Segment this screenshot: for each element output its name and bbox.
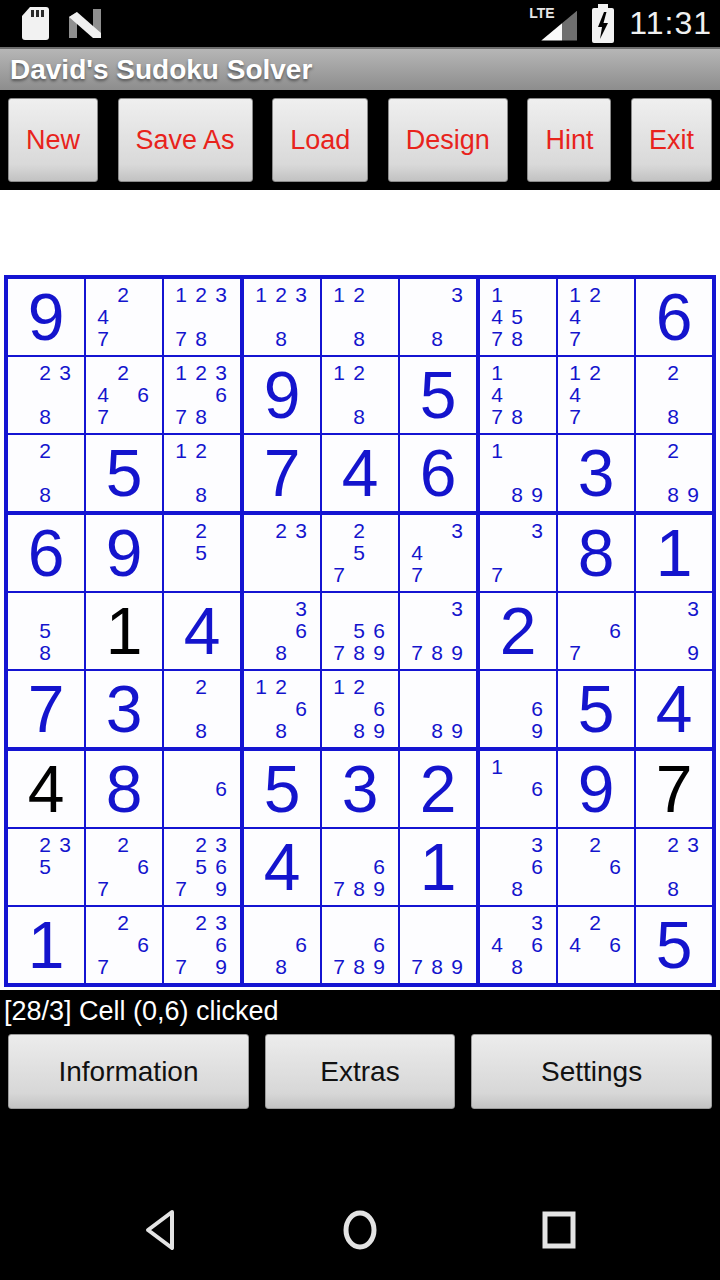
candidate-9 — [291, 563, 311, 585]
hint-button[interactable]: Hint — [527, 98, 611, 182]
solved-digit: 3 — [106, 676, 143, 742]
candidate-2: 2 — [585, 911, 605, 933]
cell-r6c6[interactable]: 16 — [480, 751, 556, 827]
information-button[interactable]: Information — [8, 1034, 249, 1109]
candidate-grid: 189 — [487, 439, 547, 505]
candidate-3 — [527, 755, 547, 777]
solved-digit: 1 — [28, 912, 65, 978]
candidate-9 — [605, 405, 625, 427]
candidate-5 — [663, 383, 683, 405]
cell-r0c7[interactable]: 1247 — [558, 279, 634, 355]
candidate-8 — [585, 405, 605, 427]
cell-r2c7[interactable]: 3 — [558, 435, 634, 511]
cell-r3c2[interactable]: 25 — [164, 515, 240, 591]
candidate-8: 8 — [349, 955, 369, 977]
candidate-6 — [55, 619, 75, 641]
cell-r1c4[interactable]: 128 — [322, 357, 398, 433]
candidate-2: 2 — [585, 833, 605, 855]
candidate-9: 9 — [527, 719, 547, 741]
candidate-grid: 1247 — [565, 283, 625, 349]
cell-r1c0[interactable]: 238 — [8, 357, 84, 433]
candidate-1 — [329, 833, 349, 855]
cell-r3c1[interactable]: 9 — [86, 515, 162, 591]
candidate-grid: 6 — [171, 755, 231, 821]
candidate-6: 6 — [133, 855, 153, 877]
candidate-8: 8 — [507, 405, 527, 427]
cell-r7c1[interactable]: 267 — [86, 829, 162, 905]
solved-digit: 2 — [500, 598, 537, 664]
cell-r4c4[interactable]: 56789 — [322, 593, 398, 669]
candidate-8: 8 — [507, 483, 527, 505]
candidate-1: 1 — [565, 361, 585, 383]
candidate-7 — [407, 719, 427, 741]
candidate-1 — [565, 597, 585, 619]
cell-r5c2[interactable]: 28 — [164, 671, 240, 747]
candidate-1 — [643, 439, 663, 461]
candidate-9: 9 — [527, 483, 547, 505]
candidate-1: 1 — [565, 283, 585, 305]
candidate-grid: 28 — [15, 439, 75, 505]
cell-r8c0[interactable]: 1 — [8, 907, 84, 983]
navigation-bar — [0, 1180, 720, 1280]
cell-r7c5[interactable]: 1 — [400, 829, 476, 905]
candidate-1 — [15, 439, 35, 461]
candidate-5 — [507, 777, 527, 799]
cell-r7c3[interactable]: 4 — [244, 829, 320, 905]
cell-r7c0[interactable]: 235 — [8, 829, 84, 905]
candidate-8: 8 — [271, 327, 291, 349]
candidate-6: 6 — [369, 933, 389, 955]
cell-r5c8[interactable]: 4 — [636, 671, 712, 747]
cell-r6c3[interactable]: 5 — [244, 751, 320, 827]
candidate-5 — [507, 383, 527, 405]
candidate-7 — [171, 799, 191, 821]
candidate-9 — [211, 563, 231, 585]
cell-r8c2[interactable]: 23679 — [164, 907, 240, 983]
candidate-7 — [487, 719, 507, 741]
candidate-1 — [15, 597, 35, 619]
candidate-3: 3 — [527, 833, 547, 855]
sd-card-icon — [22, 7, 49, 40]
cell-r4c0[interactable]: 58 — [8, 593, 84, 669]
cell-r6c8[interactable]: 7 — [636, 751, 712, 827]
candidate-7: 7 — [93, 877, 113, 899]
cell-r3c5[interactable]: 347 — [400, 515, 476, 591]
cell-r3c0[interactable]: 6 — [8, 515, 84, 591]
candidate-8 — [191, 955, 211, 977]
candidate-5 — [113, 305, 133, 327]
back-icon[interactable] — [140, 1208, 182, 1252]
cell-r8c1[interactable]: 267 — [86, 907, 162, 983]
candidate-4 — [15, 619, 35, 641]
given-digit: 7 — [656, 756, 693, 822]
cell-r3c3[interactable]: 23 — [244, 515, 320, 591]
candidate-5 — [663, 461, 683, 483]
candidate-1 — [643, 361, 663, 383]
candidate-3: 3 — [447, 519, 467, 541]
candidate-8 — [35, 877, 55, 899]
candidate-9 — [55, 641, 75, 663]
candidate-grid: 368 — [251, 597, 311, 663]
candidate-6 — [605, 383, 625, 405]
candidate-8 — [507, 799, 527, 821]
solved-digit: 8 — [578, 520, 615, 586]
candidate-2 — [271, 911, 291, 933]
cell-r5c1[interactable]: 3 — [86, 671, 162, 747]
cell-r0c8[interactable]: 6 — [636, 279, 712, 355]
candidate-7: 7 — [407, 563, 427, 585]
cell-r2c0[interactable]: 28 — [8, 435, 84, 511]
candidate-9 — [291, 719, 311, 741]
candidate-4: 4 — [487, 933, 507, 955]
candidate-4: 4 — [487, 305, 507, 327]
candidate-1 — [171, 675, 191, 697]
cell-r8c8[interactable]: 5 — [636, 907, 712, 983]
cell-r3c6[interactable]: 37 — [480, 515, 556, 591]
candidate-7 — [171, 483, 191, 505]
cell-r4c8[interactable]: 39 — [636, 593, 712, 669]
candidate-4: 4 — [565, 933, 585, 955]
candidate-1 — [251, 911, 271, 933]
candidate-2: 2 — [585, 361, 605, 383]
design-button[interactable]: Design — [388, 98, 508, 182]
cell-r0c0[interactable]: 9 — [8, 279, 84, 355]
candidate-2 — [349, 597, 369, 619]
candidate-6 — [527, 461, 547, 483]
candidate-grid: 38 — [407, 283, 467, 349]
cell-r5c5[interactable]: 89 — [400, 671, 476, 747]
candidate-2: 2 — [271, 519, 291, 541]
candidate-7 — [251, 327, 271, 349]
candidate-9: 9 — [211, 955, 231, 977]
settings-button[interactable]: Settings — [471, 1034, 712, 1109]
candidate-4 — [487, 461, 507, 483]
cell-r2c2[interactable]: 128 — [164, 435, 240, 511]
candidate-5 — [271, 697, 291, 719]
cell-r2c6[interactable]: 189 — [480, 435, 556, 511]
candidate-grid: 68 — [251, 911, 311, 977]
cell-r4c2[interactable]: 4 — [164, 593, 240, 669]
candidate-1: 1 — [171, 361, 191, 383]
home-icon[interactable] — [337, 1206, 383, 1254]
cell-r0c1[interactable]: 247 — [86, 279, 162, 355]
solved-digit: 3 — [342, 756, 379, 822]
cell-r1c8[interactable]: 28 — [636, 357, 712, 433]
candidate-8: 8 — [191, 327, 211, 349]
cell-r8c6[interactable]: 3468 — [480, 907, 556, 983]
cell-r2c3[interactable]: 7 — [244, 435, 320, 511]
candidate-8: 8 — [663, 483, 683, 505]
candidate-8: 8 — [663, 405, 683, 427]
candidate-5 — [427, 619, 447, 641]
candidate-2 — [585, 597, 605, 619]
exit-button[interactable]: Exit — [631, 98, 712, 182]
cell-r3c7[interactable]: 8 — [558, 515, 634, 591]
candidate-4 — [171, 305, 191, 327]
box-8: 16973682623834682465 — [480, 751, 712, 983]
candidate-grid: 2467 — [93, 361, 153, 427]
candidate-8: 8 — [507, 877, 527, 899]
candidate-1 — [329, 911, 349, 933]
candidate-9: 9 — [369, 877, 389, 899]
cell-r0c2[interactable]: 12378 — [164, 279, 240, 355]
candidate-grid: 257 — [329, 519, 389, 585]
candidate-5 — [113, 855, 133, 877]
candidate-7: 7 — [329, 641, 349, 663]
candidate-7 — [15, 405, 35, 427]
candidate-6: 6 — [605, 855, 625, 877]
candidate-4 — [251, 697, 271, 719]
candidate-2 — [507, 911, 527, 933]
candidate-3 — [291, 675, 311, 697]
cell-r1c2[interactable]: 123678 — [164, 357, 240, 433]
candidate-4 — [15, 461, 35, 483]
candidate-grid: 1238 — [251, 283, 311, 349]
cell-r4c1[interactable]: 1 — [86, 593, 162, 669]
candidate-9 — [211, 483, 231, 505]
candidate-4 — [487, 697, 507, 719]
candidate-4 — [171, 461, 191, 483]
candidate-2: 2 — [191, 361, 211, 383]
candidate-8: 8 — [191, 719, 211, 741]
candidate-8 — [349, 563, 369, 585]
cell-r7c6[interactable]: 368 — [480, 829, 556, 905]
cell-r1c3[interactable]: 9 — [244, 357, 320, 433]
candidate-1 — [93, 361, 113, 383]
candidate-3: 3 — [527, 519, 547, 541]
candidate-4 — [487, 855, 507, 877]
candidate-grid: 89 — [407, 675, 467, 741]
candidate-8 — [663, 641, 683, 663]
cell-r3c8[interactable]: 1 — [636, 515, 712, 591]
candidate-7 — [171, 563, 191, 585]
save-as-button[interactable]: Save As — [118, 98, 253, 182]
cell-r7c7[interactable]: 26 — [558, 829, 634, 905]
cell-r6c7[interactable]: 9 — [558, 751, 634, 827]
load-button[interactable]: Load — [272, 98, 368, 182]
candidate-8 — [113, 405, 133, 427]
candidate-6: 6 — [211, 933, 231, 955]
cell-r8c5[interactable]: 789 — [400, 907, 476, 983]
cell-r6c0[interactable]: 4 — [8, 751, 84, 827]
candidate-2 — [507, 519, 527, 541]
cell-r5c3[interactable]: 1268 — [244, 671, 320, 747]
cell-r2c1[interactable]: 5 — [86, 435, 162, 511]
cell-r7c2[interactable]: 235679 — [164, 829, 240, 905]
candidate-6: 6 — [211, 777, 231, 799]
candidate-8: 8 — [271, 955, 291, 977]
candidate-3 — [211, 439, 231, 461]
cell-r6c4[interactable]: 3 — [322, 751, 398, 827]
candidate-3: 3 — [683, 833, 703, 855]
new-button[interactable]: New — [8, 98, 98, 182]
cell-r7c8[interactable]: 238 — [636, 829, 712, 905]
candidate-1 — [407, 283, 427, 305]
candidate-8: 8 — [349, 877, 369, 899]
cell-r6c2[interactable]: 6 — [164, 751, 240, 827]
candidate-grid: 26 — [565, 833, 625, 899]
candidate-7 — [329, 719, 349, 741]
candidate-1 — [93, 283, 113, 305]
candidate-5 — [271, 619, 291, 641]
candidate-2 — [507, 675, 527, 697]
candidate-6 — [527, 383, 547, 405]
candidate-6 — [291, 541, 311, 563]
candidate-5 — [191, 777, 211, 799]
title-bar: David's Sudoku Solver — [0, 47, 720, 90]
candidate-8 — [191, 877, 211, 899]
candidate-9: 9 — [369, 719, 389, 741]
box-1: 12381283891285746 — [244, 279, 476, 511]
candidate-1 — [487, 911, 507, 933]
candidate-3: 3 — [55, 833, 75, 855]
cell-r0c5[interactable]: 38 — [400, 279, 476, 355]
candidate-7 — [643, 877, 663, 899]
candidate-7 — [15, 483, 35, 505]
candidate-7 — [251, 641, 271, 663]
candidate-9 — [133, 955, 153, 977]
candidate-9: 9 — [211, 877, 231, 899]
cell-r5c6[interactable]: 69 — [480, 671, 556, 747]
candidate-8 — [271, 563, 291, 585]
candidate-grid: 25 — [171, 519, 231, 585]
candidate-1: 1 — [171, 283, 191, 305]
candidate-9 — [211, 799, 231, 821]
cell-r5c7[interactable]: 5 — [558, 671, 634, 747]
candidate-grid: 56789 — [329, 597, 389, 663]
candidate-grid: 247 — [93, 283, 153, 349]
candidate-6 — [369, 383, 389, 405]
candidate-2 — [507, 755, 527, 777]
candidate-9 — [291, 641, 311, 663]
cell-r1c7[interactable]: 1247 — [558, 357, 634, 433]
cell-r1c5[interactable]: 5 — [400, 357, 476, 433]
candidate-4: 4 — [487, 383, 507, 405]
cell-r2c5[interactable]: 6 — [400, 435, 476, 511]
cell-r1c6[interactable]: 1478 — [480, 357, 556, 433]
candidate-7 — [643, 405, 663, 427]
candidate-7 — [565, 877, 585, 899]
candidate-grid: 267 — [93, 833, 153, 899]
cell-r4c3[interactable]: 368 — [244, 593, 320, 669]
candidate-5: 5 — [35, 855, 55, 877]
candidate-1 — [15, 361, 35, 383]
recents-icon[interactable] — [538, 1208, 580, 1252]
candidate-3 — [369, 597, 389, 619]
candidate-3 — [527, 439, 547, 461]
candidate-3 — [211, 519, 231, 541]
candidate-2 — [427, 597, 447, 619]
cell-r8c3[interactable]: 68 — [244, 907, 320, 983]
solved-digit: 5 — [578, 676, 615, 742]
candidate-3: 3 — [291, 597, 311, 619]
cell-r5c4[interactable]: 12689 — [322, 671, 398, 747]
battery-charging-icon — [589, 3, 617, 44]
candidate-5 — [35, 383, 55, 405]
candidate-7 — [487, 799, 507, 821]
candidate-9 — [527, 799, 547, 821]
candidate-7 — [487, 955, 507, 977]
candidate-8: 8 — [427, 719, 447, 741]
candidate-1 — [565, 911, 585, 933]
cell-r4c7[interactable]: 67 — [558, 593, 634, 669]
candidate-9 — [527, 877, 547, 899]
candidate-7: 7 — [329, 955, 349, 977]
cell-r0c4[interactable]: 128 — [322, 279, 398, 355]
candidate-4 — [565, 619, 585, 641]
candidate-4 — [487, 777, 507, 799]
candidate-1: 1 — [487, 283, 507, 305]
candidate-1: 1 — [251, 283, 271, 305]
candidate-4 — [171, 777, 191, 799]
candidate-4 — [15, 383, 35, 405]
cell-r1c1[interactable]: 2467 — [86, 357, 162, 433]
solved-digit: 4 — [656, 676, 693, 742]
candidate-grid: 289 — [643, 439, 703, 505]
cell-r2c8[interactable]: 289 — [636, 435, 712, 511]
cell-r7c4[interactable]: 6789 — [322, 829, 398, 905]
cell-r6c1[interactable]: 8 — [86, 751, 162, 827]
candidate-1 — [93, 833, 113, 855]
candidate-1 — [407, 519, 427, 541]
cell-r8c4[interactable]: 6789 — [322, 907, 398, 983]
candidate-5: 5 — [349, 619, 369, 641]
cell-r3c4[interactable]: 257 — [322, 515, 398, 591]
cell-r4c6[interactable]: 2 — [480, 593, 556, 669]
candidate-8: 8 — [427, 327, 447, 349]
candidate-4 — [15, 855, 35, 877]
candidate-1: 1 — [487, 361, 507, 383]
candidate-3 — [605, 597, 625, 619]
candidate-8: 8 — [663, 877, 683, 899]
candidate-6 — [605, 305, 625, 327]
candidate-3: 3 — [211, 283, 231, 305]
candidate-5 — [191, 697, 211, 719]
cell-r4c5[interactable]: 3789 — [400, 593, 476, 669]
candidate-3 — [369, 519, 389, 541]
candidate-6 — [211, 461, 231, 483]
clock: 11:31 — [629, 5, 712, 42]
candidate-1 — [171, 519, 191, 541]
candidate-6 — [447, 697, 467, 719]
cell-r6c5[interactable]: 2 — [400, 751, 476, 827]
candidate-4 — [643, 619, 663, 641]
given-digit: 1 — [106, 598, 143, 664]
cell-r2c4[interactable]: 4 — [322, 435, 398, 511]
candidate-1 — [643, 833, 663, 855]
candidate-grid: 123678 — [171, 361, 231, 427]
candidate-7: 7 — [171, 405, 191, 427]
cell-r5c0[interactable]: 7 — [8, 671, 84, 747]
candidate-3 — [447, 911, 467, 933]
extras-button[interactable]: Extras — [265, 1034, 455, 1109]
cell-r8c7[interactable]: 246 — [558, 907, 634, 983]
cell-r0c3[interactable]: 1238 — [244, 279, 320, 355]
candidate-6: 6 — [291, 697, 311, 719]
candidate-9: 9 — [683, 641, 703, 663]
solved-digit: 8 — [106, 756, 143, 822]
candidate-4 — [329, 383, 349, 405]
candidate-6: 6 — [369, 619, 389, 641]
candidate-3 — [369, 833, 389, 855]
candidate-1 — [487, 833, 507, 855]
candidate-2: 2 — [113, 361, 133, 383]
candidate-7: 7 — [171, 877, 191, 899]
candidate-6: 6 — [527, 855, 547, 877]
cell-r0c6[interactable]: 14578 — [480, 279, 556, 355]
candidate-2: 2 — [113, 283, 133, 305]
candidate-5 — [585, 619, 605, 641]
